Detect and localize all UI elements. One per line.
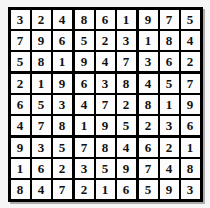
sudoku-cell-r3c1[interactable]: 5 <box>11 52 32 74</box>
sudoku-cell-r9c3[interactable]: 7 <box>53 180 75 199</box>
sudoku-cell-r8c9[interactable]: 8 <box>181 159 200 180</box>
sudoku-cell-r6c1[interactable]: 4 <box>11 116 32 138</box>
sudoku-page: 3248619757965231845819473622196384576534… <box>0 0 210 208</box>
sudoku-cell-r6c8[interactable]: 3 <box>160 116 181 138</box>
sudoku-cell-r8c6[interactable]: 9 <box>117 159 139 180</box>
sudoku-cell-r4c8[interactable]: 5 <box>160 74 181 95</box>
sudoku-cell-r5c1[interactable]: 6 <box>11 95 32 116</box>
sudoku-cell-r3c3[interactable]: 1 <box>53 52 75 74</box>
sudoku-cell-r4c4[interactable]: 6 <box>75 74 96 95</box>
sudoku-cell-r8c8[interactable]: 4 <box>160 159 181 180</box>
sudoku-cell-r6c4[interactable]: 1 <box>75 116 96 138</box>
sudoku-cell-r5c4[interactable]: 4 <box>75 95 96 116</box>
sudoku-cell-r4c3[interactable]: 9 <box>53 74 75 95</box>
sudoku-cell-r1c4[interactable]: 8 <box>75 10 96 31</box>
sudoku-cell-r4c6[interactable]: 8 <box>117 74 139 95</box>
sudoku-cell-r7c2[interactable]: 3 <box>32 138 53 159</box>
sudoku-cell-r2c9[interactable]: 4 <box>181 31 200 52</box>
sudoku-cell-r9c9[interactable]: 3 <box>181 180 200 199</box>
sudoku-cell-r7c3[interactable]: 5 <box>53 138 75 159</box>
sudoku-cell-r8c4[interactable]: 3 <box>75 159 96 180</box>
sudoku-cell-r2c3[interactable]: 6 <box>53 31 75 52</box>
sudoku-cell-r3c2[interactable]: 8 <box>32 52 53 74</box>
sudoku-cell-r3c7[interactable]: 3 <box>139 52 160 74</box>
sudoku-cell-r5c2[interactable]: 5 <box>32 95 53 116</box>
sudoku-cell-r3c9[interactable]: 2 <box>181 52 200 74</box>
sudoku-cell-r8c2[interactable]: 6 <box>32 159 53 180</box>
sudoku-cell-r1c8[interactable]: 7 <box>160 10 181 31</box>
sudoku-cell-r2c2[interactable]: 9 <box>32 31 53 52</box>
sudoku-cell-r9c1[interactable]: 8 <box>11 180 32 199</box>
sudoku-cell-r9c7[interactable]: 5 <box>139 180 160 199</box>
sudoku-cell-r2c4[interactable]: 5 <box>75 31 96 52</box>
sudoku-cell-r2c1[interactable]: 7 <box>11 31 32 52</box>
sudoku-cell-r2c6[interactable]: 3 <box>117 31 139 52</box>
sudoku-cell-r2c8[interactable]: 8 <box>160 31 181 52</box>
sudoku-cell-r7c5[interactable]: 8 <box>96 138 117 159</box>
sudoku-cell-r6c7[interactable]: 2 <box>139 116 160 138</box>
sudoku-cell-r6c9[interactable]: 6 <box>181 116 200 138</box>
sudoku-cell-r3c6[interactable]: 7 <box>117 52 139 74</box>
sudoku-cell-r3c4[interactable]: 9 <box>75 52 96 74</box>
sudoku-cell-r3c5[interactable]: 4 <box>96 52 117 74</box>
sudoku-cell-r8c5[interactable]: 5 <box>96 159 117 180</box>
sudoku-cell-r3c8[interactable]: 6 <box>160 52 181 74</box>
sudoku-cell-r9c2[interactable]: 4 <box>32 180 53 199</box>
sudoku-cell-r1c1[interactable]: 3 <box>11 10 32 31</box>
sudoku-cell-r5c3[interactable]: 3 <box>53 95 75 116</box>
sudoku-cell-r6c6[interactable]: 5 <box>117 116 139 138</box>
sudoku-cell-r1c3[interactable]: 4 <box>53 10 75 31</box>
sudoku-cell-r5c5[interactable]: 7 <box>96 95 117 116</box>
sudoku-cell-r9c5[interactable]: 1 <box>96 180 117 199</box>
sudoku-cell-r7c1[interactable]: 9 <box>11 138 32 159</box>
sudoku-cell-r7c4[interactable]: 7 <box>75 138 96 159</box>
sudoku-cell-r7c8[interactable]: 2 <box>160 138 181 159</box>
sudoku-cell-r4c7[interactable]: 4 <box>139 74 160 95</box>
sudoku-cell-r6c3[interactable]: 8 <box>53 116 75 138</box>
sudoku-cell-r9c8[interactable]: 9 <box>160 180 181 199</box>
sudoku-cell-r1c7[interactable]: 9 <box>139 10 160 31</box>
sudoku-cell-r4c5[interactable]: 3 <box>96 74 117 95</box>
sudoku-cell-r6c5[interactable]: 9 <box>96 116 117 138</box>
sudoku-cell-r6c2[interactable]: 7 <box>32 116 53 138</box>
sudoku-cell-r4c1[interactable]: 2 <box>11 74 32 95</box>
sudoku-cell-r8c3[interactable]: 2 <box>53 159 75 180</box>
sudoku-cell-r2c5[interactable]: 2 <box>96 31 117 52</box>
sudoku-cell-r7c9[interactable]: 1 <box>181 138 200 159</box>
sudoku-cell-r5c7[interactable]: 8 <box>139 95 160 116</box>
sudoku-cell-r9c4[interactable]: 2 <box>75 180 96 199</box>
sudoku-cell-r5c8[interactable]: 1 <box>160 95 181 116</box>
sudoku-board: 3248619757965231845819473622196384576534… <box>8 7 203 202</box>
sudoku-cell-r7c6[interactable]: 4 <box>117 138 139 159</box>
sudoku-cell-r9c6[interactable]: 6 <box>117 180 139 199</box>
sudoku-cell-r4c2[interactable]: 1 <box>32 74 53 95</box>
sudoku-cell-r5c9[interactable]: 9 <box>181 95 200 116</box>
sudoku-cell-r1c6[interactable]: 1 <box>117 10 139 31</box>
sudoku-cell-r5c6[interactable]: 2 <box>117 95 139 116</box>
sudoku-cell-r1c9[interactable]: 5 <box>181 10 200 31</box>
sudoku-cell-r4c9[interactable]: 7 <box>181 74 200 95</box>
sudoku-cell-r8c1[interactable]: 1 <box>11 159 32 180</box>
sudoku-cell-r8c7[interactable]: 7 <box>139 159 160 180</box>
sudoku-cell-r7c7[interactable]: 6 <box>139 138 160 159</box>
sudoku-cell-r1c2[interactable]: 2 <box>32 10 53 31</box>
sudoku-cell-r2c7[interactable]: 1 <box>139 31 160 52</box>
sudoku-cell-r1c5[interactable]: 6 <box>96 10 117 31</box>
